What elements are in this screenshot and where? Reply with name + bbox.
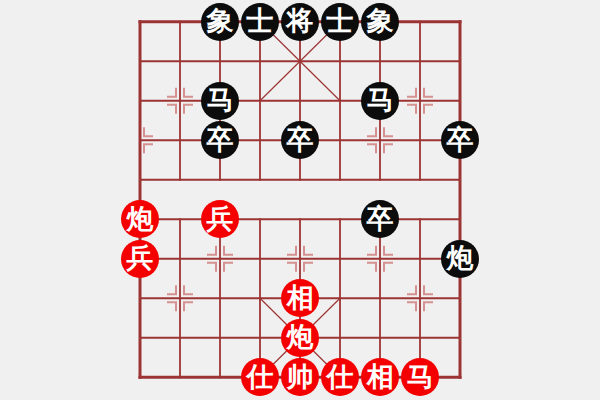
piece-black-soldier[interactable]: 卒 [441, 121, 479, 159]
piece-black-advisor[interactable]: 士 [241, 3, 279, 41]
piece-red-soldier[interactable]: 兵 [121, 240, 159, 278]
piece-red-cannon[interactable]: 炮 [281, 319, 319, 357]
piece-black-elephant[interactable]: 象 [361, 3, 399, 41]
piece-red-general[interactable]: 帅 [281, 358, 319, 396]
piece-red-horse[interactable]: 马 [401, 358, 439, 396]
piece-red-elephant[interactable]: 相 [361, 358, 399, 396]
xiangqi-board: 象士将士象马马卒卒卒炮兵卒兵炮相炮仕帅仕相马 [0, 0, 600, 400]
piece-black-general[interactable]: 将 [281, 3, 319, 41]
piece-black-advisor[interactable]: 士 [321, 3, 359, 41]
piece-black-horse[interactable]: 马 [201, 82, 239, 120]
piece-black-horse[interactable]: 马 [361, 82, 399, 120]
pieces-layer: 象士将士象马马卒卒卒炮兵卒兵炮相炮仕帅仕相马 [120, 2, 480, 397]
piece-black-soldier[interactable]: 卒 [201, 121, 239, 159]
piece-red-advisor[interactable]: 仕 [321, 358, 359, 396]
piece-black-cannon[interactable]: 炮 [441, 240, 479, 278]
piece-black-soldier[interactable]: 卒 [281, 121, 319, 159]
piece-red-elephant[interactable]: 相 [281, 279, 319, 317]
piece-red-cannon[interactable]: 炮 [121, 200, 159, 238]
piece-red-soldier[interactable]: 兵 [201, 200, 239, 238]
piece-black-soldier[interactable]: 卒 [361, 200, 399, 238]
piece-black-elephant[interactable]: 象 [201, 3, 239, 41]
piece-red-advisor[interactable]: 仕 [241, 358, 279, 396]
